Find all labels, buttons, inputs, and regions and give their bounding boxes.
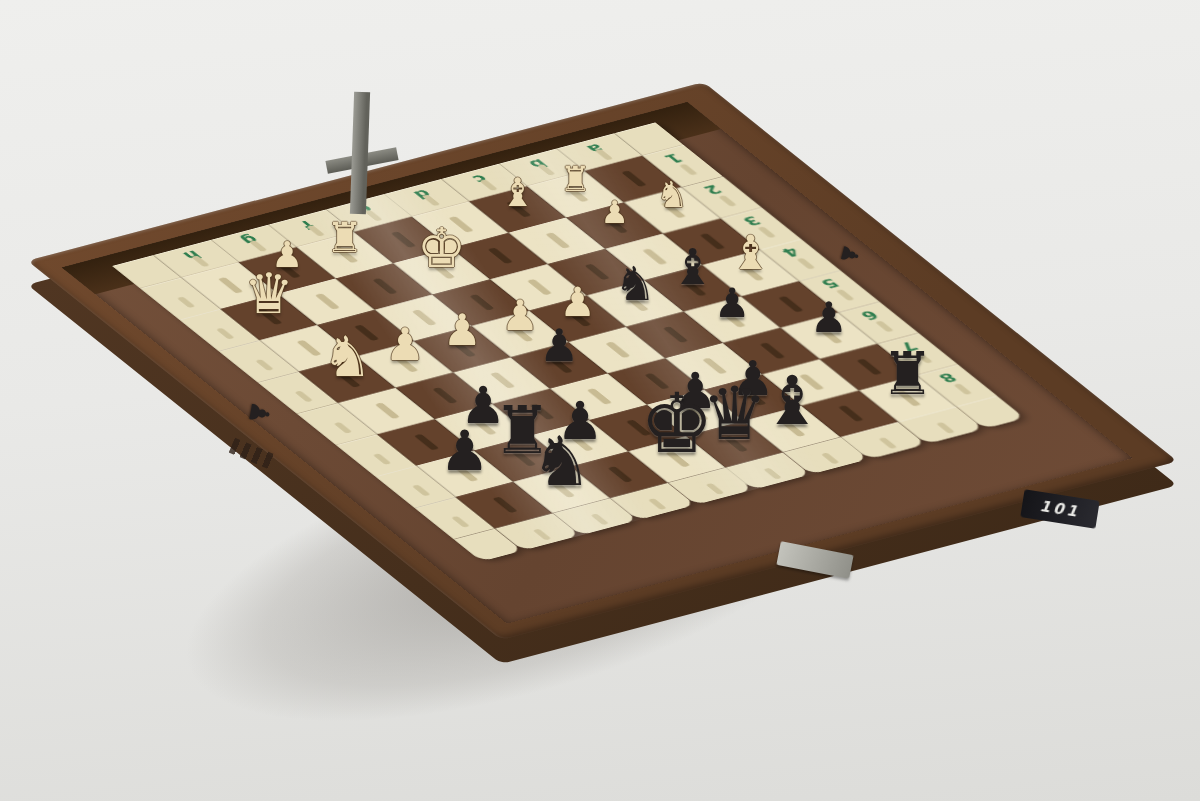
piece-white-rook-b1[interactable]: ♜ xyxy=(560,162,591,197)
piece-white-pawn-b2[interactable]: ♟ xyxy=(600,197,628,228)
piece-black-pawn-b5[interactable]: ♟ xyxy=(714,282,750,323)
travel-chess-set-photo: hgfedcba12345678 ♜♝♜♟♞♟♚♛♝♟♟♟♟♞♝♞♟♟♟♟♟♟♟… xyxy=(0,0,1200,801)
piece-white-pawn-f4[interactable]: ♟ xyxy=(443,309,482,352)
piece-white-rook-f1[interactable]: ♜ xyxy=(326,217,364,259)
piece-white-queen-h2[interactable]: ♛ xyxy=(244,266,294,322)
piece-white-bishop-a4[interactable]: ♝ xyxy=(729,229,771,276)
piece-white-knight-a2[interactable]: ♞ xyxy=(656,177,688,213)
piece-black-pawn-h7[interactable]: ♟ xyxy=(440,423,490,479)
piece-black-bishop-c8[interactable]: ♝ xyxy=(762,367,822,434)
piece-black-king-e8[interactable]: ♚ xyxy=(640,383,714,466)
piece-white-pawn-g4[interactable]: ♟ xyxy=(385,323,425,368)
piece-white-knight-h4[interactable]: ♞ xyxy=(322,328,372,384)
piece-black-pawn-a6[interactable]: ♟ xyxy=(810,297,848,339)
inventory-number: 101 xyxy=(1039,497,1082,521)
piece-white-bishop-c1[interactable]: ♝ xyxy=(500,173,535,212)
piece-black-knight-c4[interactable]: ♞ xyxy=(614,261,656,308)
piece-white-pawn-d4[interactable]: ♟ xyxy=(560,282,596,322)
loose-captured-piece-left-rim[interactable]: ♟ xyxy=(243,399,277,427)
piece-white-king-e2[interactable]: ♚ xyxy=(417,221,466,276)
piece-black-rook-a8[interactable]: ♜ xyxy=(881,344,934,403)
piece-black-bishop-b4[interactable]: ♝ xyxy=(671,243,715,292)
piece-black-knight-g8[interactable]: ♞ xyxy=(531,427,592,496)
piece-black-pawn-e5[interactable]: ♟ xyxy=(539,324,579,369)
piece-white-pawn-e4[interactable]: ♟ xyxy=(501,295,539,337)
